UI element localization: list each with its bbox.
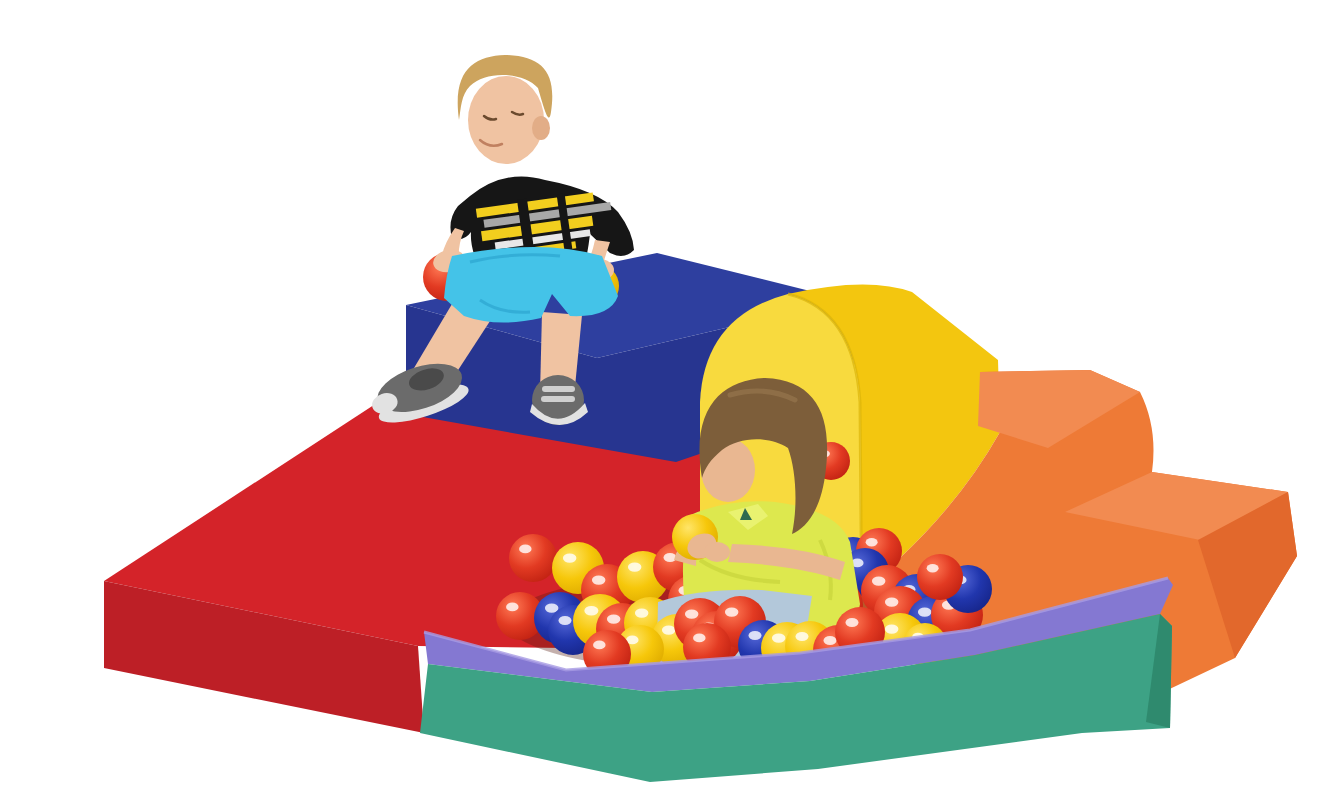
ball-highlight: [918, 607, 932, 616]
ball-red: [509, 534, 557, 582]
ball-highlight: [772, 633, 786, 642]
ball-highlight: [584, 606, 598, 616]
ball-highlight: [563, 553, 577, 562]
ball-highlight: [506, 603, 518, 612]
ball-highlight: [824, 636, 837, 645]
ball-highlight: [607, 614, 621, 623]
boy1-face: [468, 76, 544, 164]
ball-highlight: [664, 553, 677, 562]
ball-red: [917, 554, 963, 600]
ball-highlight: [927, 564, 939, 572]
ball-highlight: [628, 562, 642, 571]
ball-highlight: [662, 625, 676, 634]
ball-highlight: [866, 538, 878, 546]
toddler-left-hand: [704, 542, 730, 562]
ball-highlight: [885, 597, 899, 606]
ball-highlight: [592, 575, 606, 584]
ball-highlight: [872, 576, 886, 585]
ball-highlight: [796, 632, 809, 641]
ball-highlight: [635, 608, 649, 617]
product-photo: [0, 0, 1343, 800]
ball-highlight: [749, 631, 762, 640]
ball-highlight: [846, 618, 859, 627]
ball-highlight: [559, 616, 572, 625]
ball-highlight: [593, 641, 605, 650]
boy1-ear: [532, 116, 550, 140]
ball-highlight: [685, 609, 699, 618]
ball-highlight: [885, 624, 899, 633]
ball-highlight: [519, 545, 531, 554]
ball-highlight: [693, 634, 705, 643]
boy1-shorts: [444, 247, 618, 323]
ball-highlight: [725, 607, 739, 616]
